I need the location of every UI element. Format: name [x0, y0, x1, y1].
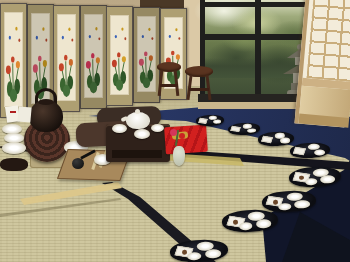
sweet-dish: [230, 126, 241, 132]
place-settings-layer: [0, 0, 350, 262]
place-setting-tray: [221, 209, 278, 234]
sweet-dish: [261, 135, 273, 142]
tea-bowl: [247, 128, 256, 133]
sweet-dish: [293, 147, 306, 155]
tea-bowl: [294, 200, 310, 209]
place-setting-tray: [196, 114, 225, 126]
sweet-dish: [198, 118, 207, 124]
tea-bowl: [280, 138, 290, 144]
tea-sweet: [182, 249, 187, 254]
tea-room-photo: [0, 0, 350, 262]
tea-cup: [187, 252, 201, 261]
tea-bowl: [320, 175, 335, 184]
tea-cup: [239, 222, 253, 231]
place-setting-tray: [258, 131, 295, 147]
place-setting-tray: [289, 166, 342, 189]
tea-bowl: [213, 119, 221, 124]
place-setting-tray: [290, 142, 331, 159]
tea-cup: [278, 203, 291, 211]
tea-bowl: [314, 149, 325, 156]
tea-bowl: [256, 219, 272, 229]
place-setting-tray: [169, 238, 228, 262]
tea-cup: [305, 178, 318, 186]
tea-sweet: [273, 200, 278, 205]
place-setting-tray: [261, 190, 316, 214]
tea-sweet: [233, 219, 238, 224]
place-setting-tray: [228, 122, 261, 136]
tea-bowl: [205, 249, 222, 259]
